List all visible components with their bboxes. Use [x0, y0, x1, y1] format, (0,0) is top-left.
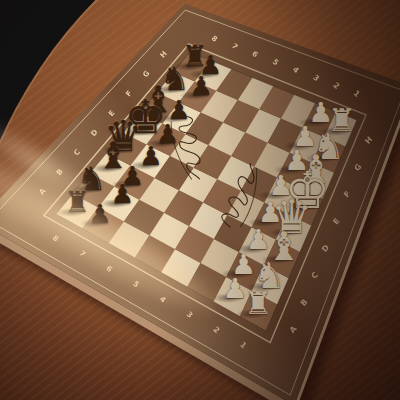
pieces-layer: ♜♟♞♟♝♟♟♜♚♟♟♛♞♟♝♟♝♟♞♟♟♚♜♟♟♛♟♝♟♞♟♜ [0, 0, 400, 400]
piece-black-pawn-b7[interactable]: ♟ [111, 181, 134, 207]
piece-white-rook-a1[interactable]: ♜ [244, 287, 272, 318]
piece-black-pawn-g7[interactable]: ♟ [190, 73, 213, 99]
piece-black-pawn-a7[interactable]: ♟ [88, 202, 111, 228]
piece-black-rook-a8[interactable]: ♜ [64, 188, 90, 217]
scene: AABBCCDDEEFFGGHH8877665544332211 ♜♟♞♟♝♟♟… [0, 0, 400, 400]
